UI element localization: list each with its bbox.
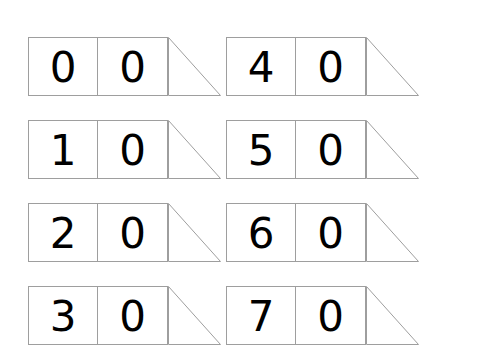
arrow-card-60: 6 0: [226, 203, 419, 262]
tens-cell: 0: [28, 37, 98, 96]
arrow-tip-triangle-icon: [366, 203, 419, 262]
ones-cell: 0: [296, 286, 366, 345]
tens-cell: 2: [28, 203, 98, 262]
arrow-cards-sheet: 0 0 4 0 1 0 5 0 2 0 6 0: [0, 0, 500, 354]
arrow-tip-triangle-icon: [366, 286, 419, 345]
card-grid: 0 0 4 0 1 0 5 0 2 0 6 0: [28, 37, 419, 345]
arrow-tip-triangle-icon: [366, 120, 419, 179]
arrow-tip-triangle-icon: [168, 120, 221, 179]
ones-cell: 0: [98, 203, 168, 262]
arrow-tip-triangle-icon: [168, 203, 221, 262]
arrow-card-30: 3 0: [28, 286, 221, 345]
arrow-card-40: 4 0: [226, 37, 419, 96]
arrow-tip-triangle-icon: [168, 37, 221, 96]
tens-cell: 5: [226, 120, 296, 179]
arrow-card-70: 7 0: [226, 286, 419, 345]
arrow-card-20: 2 0: [28, 203, 221, 262]
arrow-tip-triangle-icon: [366, 37, 419, 96]
ones-cell: 0: [296, 120, 366, 179]
tens-cell: 6: [226, 203, 296, 262]
arrow-card-00: 0 0: [28, 37, 221, 96]
arrow-card-10: 1 0: [28, 120, 221, 179]
tens-cell: 7: [226, 286, 296, 345]
tens-cell: 3: [28, 286, 98, 345]
ones-cell: 0: [98, 37, 168, 96]
ones-cell: 0: [296, 37, 366, 96]
tens-cell: 4: [226, 37, 296, 96]
arrow-tip-triangle-icon: [168, 286, 221, 345]
ones-cell: 0: [98, 286, 168, 345]
ones-cell: 0: [98, 120, 168, 179]
tens-cell: 1: [28, 120, 98, 179]
ones-cell: 0: [296, 203, 366, 262]
arrow-card-50: 5 0: [226, 120, 419, 179]
